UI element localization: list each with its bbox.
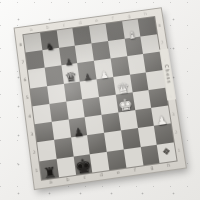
file-label: g xyxy=(143,163,161,174)
file-label: e xyxy=(109,168,127,179)
rank-label: 3 xyxy=(168,105,179,124)
file-label: h xyxy=(160,161,178,172)
black-rook-piece: ♜ xyxy=(42,165,56,181)
white-bishop-piece: ♝ xyxy=(127,29,138,40)
board-logo-icon: ❖ xyxy=(162,147,171,157)
black-pawn-piece: ♟ xyxy=(64,56,74,66)
black-pawn-piece: ♟ xyxy=(72,126,84,139)
white-king-piece: ♚ xyxy=(117,96,134,114)
black-knight-piece: ♞ xyxy=(45,40,55,51)
black-queen-piece: ♛ xyxy=(64,70,78,85)
black-pawn-piece: ♟ xyxy=(83,71,93,82)
file-label: f xyxy=(126,165,144,176)
black-king-piece: ♚ xyxy=(73,155,92,176)
board-grid: ♞♝♟♛♟♟♛♚♟♟♜♚❖ xyxy=(23,17,176,180)
rank-label: 2 xyxy=(171,123,182,142)
chess-board: abcdefgh abcdefgh 87654321 87654321 Ches… xyxy=(15,8,186,189)
white-queen-piece: ♛ xyxy=(116,80,131,96)
square-c1: ♚ xyxy=(73,154,92,175)
rank-label: 1 xyxy=(174,141,185,161)
file-label: b xyxy=(59,175,77,186)
white-pawn-piece: ♟ xyxy=(156,114,168,127)
rank-label: 8 xyxy=(154,16,165,35)
file-label: d xyxy=(92,170,110,181)
white-pawn-piece: ♟ xyxy=(99,69,109,80)
photo-background: abcdefgh abcdefgh 87654321 87654321 Ches… xyxy=(0,0,200,200)
